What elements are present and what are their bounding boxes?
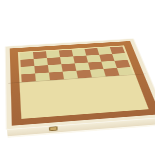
square-b3: [35, 72, 50, 81]
square-h3: [116, 67, 132, 75]
square-d3: [62, 70, 77, 79]
board-grid: [19, 46, 132, 82]
board-border: [9, 41, 155, 126]
chess-board: [4, 38, 155, 130]
square-e3: [76, 69, 92, 78]
square-d5: [60, 56, 75, 64]
product-photo-canvas: [0, 0, 155, 155]
square-g3: [103, 68, 119, 76]
board-frame: [4, 38, 155, 130]
square-e5: [73, 55, 88, 63]
square-d4: [61, 63, 76, 71]
square-c4: [47, 64, 62, 72]
square-a3: [21, 73, 36, 82]
square-c3: [48, 71, 63, 80]
board-inner-line: [17, 45, 148, 118]
